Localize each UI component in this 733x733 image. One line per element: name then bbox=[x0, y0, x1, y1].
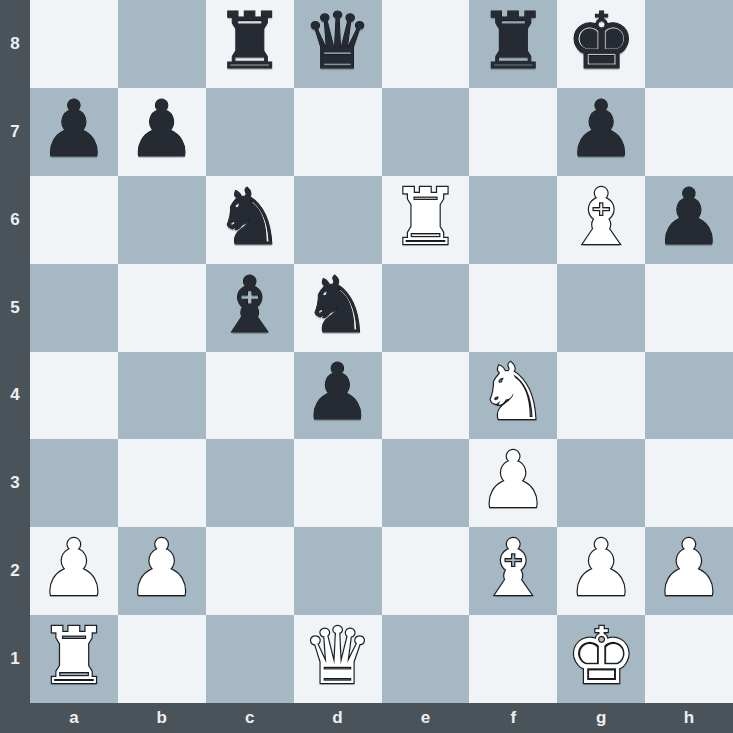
square-a3[interactable] bbox=[30, 439, 118, 527]
piece-black-pawn[interactable]: ♟ bbox=[566, 90, 636, 168]
square-d4[interactable]: ♟ bbox=[294, 352, 382, 440]
rank-label-2: 2 bbox=[0, 527, 30, 615]
piece-white-rook[interactable]: ♜ bbox=[390, 178, 460, 256]
square-b5[interactable] bbox=[118, 264, 206, 352]
square-c6[interactable]: ♞ bbox=[206, 176, 294, 264]
board-corner bbox=[0, 703, 30, 733]
square-a8[interactable] bbox=[30, 0, 118, 88]
piece-black-pawn[interactable]: ♟ bbox=[127, 90, 197, 168]
file-labels: abcdefgh bbox=[30, 703, 733, 733]
square-g5[interactable] bbox=[557, 264, 645, 352]
square-c7[interactable] bbox=[206, 88, 294, 176]
square-a1[interactable]: ♜ bbox=[30, 615, 118, 703]
rank-label-3: 3 bbox=[0, 439, 30, 527]
square-g7[interactable]: ♟ bbox=[557, 88, 645, 176]
square-g1[interactable]: ♚ bbox=[557, 615, 645, 703]
square-c1[interactable] bbox=[206, 615, 294, 703]
square-e5[interactable] bbox=[382, 264, 470, 352]
piece-white-rook[interactable]: ♜ bbox=[39, 617, 109, 695]
piece-black-queen[interactable]: ♛ bbox=[303, 2, 373, 80]
piece-black-knight[interactable]: ♞ bbox=[303, 266, 373, 344]
square-b6[interactable] bbox=[118, 176, 206, 264]
rank-label-1: 1 bbox=[0, 615, 30, 703]
piece-black-pawn[interactable]: ♟ bbox=[654, 178, 724, 256]
square-h5[interactable] bbox=[645, 264, 733, 352]
piece-black-rook[interactable]: ♜ bbox=[478, 2, 548, 80]
square-g4[interactable] bbox=[557, 352, 645, 440]
square-h7[interactable] bbox=[645, 88, 733, 176]
square-c5[interactable]: ♝ bbox=[206, 264, 294, 352]
square-d5[interactable]: ♞ bbox=[294, 264, 382, 352]
square-b3[interactable] bbox=[118, 439, 206, 527]
square-f3[interactable]: ♟ bbox=[469, 439, 557, 527]
square-h3[interactable] bbox=[645, 439, 733, 527]
square-c8[interactable]: ♜ bbox=[206, 0, 294, 88]
file-label-g: g bbox=[557, 703, 645, 733]
square-b1[interactable] bbox=[118, 615, 206, 703]
piece-white-bishop[interactable]: ♝ bbox=[478, 529, 548, 607]
square-a4[interactable] bbox=[30, 352, 118, 440]
square-b7[interactable]: ♟ bbox=[118, 88, 206, 176]
piece-white-pawn[interactable]: ♟ bbox=[478, 441, 548, 519]
square-a5[interactable] bbox=[30, 264, 118, 352]
rank-labels: 87654321 bbox=[0, 0, 30, 703]
square-b4[interactable] bbox=[118, 352, 206, 440]
square-f6[interactable] bbox=[469, 176, 557, 264]
square-d6[interactable] bbox=[294, 176, 382, 264]
square-f1[interactable] bbox=[469, 615, 557, 703]
square-b8[interactable] bbox=[118, 0, 206, 88]
piece-white-pawn[interactable]: ♟ bbox=[39, 529, 109, 607]
square-f7[interactable] bbox=[469, 88, 557, 176]
piece-white-bishop[interactable]: ♝ bbox=[566, 178, 636, 256]
square-a7[interactable]: ♟ bbox=[30, 88, 118, 176]
file-label-h: h bbox=[645, 703, 733, 733]
square-d3[interactable] bbox=[294, 439, 382, 527]
piece-black-pawn[interactable]: ♟ bbox=[39, 90, 109, 168]
rank-label-4: 4 bbox=[0, 352, 30, 440]
square-g3[interactable] bbox=[557, 439, 645, 527]
piece-black-king[interactable]: ♚ bbox=[566, 2, 636, 80]
square-c2[interactable] bbox=[206, 527, 294, 615]
rank-label-6: 6 bbox=[0, 176, 30, 264]
square-f4[interactable]: ♞ bbox=[469, 352, 557, 440]
chess-board: ♜♛♜♚♟♟♟♞♜♝♟♝♞♟♞♟♟♟♝♟♟♜♛♚ bbox=[30, 0, 733, 703]
square-h8[interactable] bbox=[645, 0, 733, 88]
piece-black-bishop[interactable]: ♝ bbox=[215, 266, 285, 344]
square-e7[interactable] bbox=[382, 88, 470, 176]
piece-white-pawn[interactable]: ♟ bbox=[654, 529, 724, 607]
file-label-b: b bbox=[118, 703, 206, 733]
square-e8[interactable] bbox=[382, 0, 470, 88]
square-e6[interactable]: ♜ bbox=[382, 176, 470, 264]
rank-label-5: 5 bbox=[0, 264, 30, 352]
square-h2[interactable]: ♟ bbox=[645, 527, 733, 615]
piece-white-pawn[interactable]: ♟ bbox=[566, 529, 636, 607]
piece-white-pawn[interactable]: ♟ bbox=[127, 529, 197, 607]
square-d1[interactable]: ♛ bbox=[294, 615, 382, 703]
square-d7[interactable] bbox=[294, 88, 382, 176]
square-h1[interactable] bbox=[645, 615, 733, 703]
file-label-a: a bbox=[30, 703, 118, 733]
square-e4[interactable] bbox=[382, 352, 470, 440]
square-e2[interactable] bbox=[382, 527, 470, 615]
square-f8[interactable]: ♜ bbox=[469, 0, 557, 88]
piece-black-rook[interactable]: ♜ bbox=[215, 2, 285, 80]
square-d2[interactable] bbox=[294, 527, 382, 615]
file-label-c: c bbox=[206, 703, 294, 733]
square-c3[interactable] bbox=[206, 439, 294, 527]
file-label-d: d bbox=[294, 703, 382, 733]
square-g8[interactable]: ♚ bbox=[557, 0, 645, 88]
rank-label-8: 8 bbox=[0, 0, 30, 88]
square-g2[interactable]: ♟ bbox=[557, 527, 645, 615]
square-d8[interactable]: ♛ bbox=[294, 0, 382, 88]
square-f2[interactable]: ♝ bbox=[469, 527, 557, 615]
piece-white-knight[interactable]: ♞ bbox=[478, 353, 548, 431]
chess-board-panel: 87654321 ♜♛♜♚♟♟♟♞♜♝♟♝♞♟♞♟♟♟♝♟♟♜♛♚ abcdef… bbox=[0, 0, 733, 733]
file-label-f: f bbox=[469, 703, 557, 733]
square-c4[interactable] bbox=[206, 352, 294, 440]
piece-black-knight[interactable]: ♞ bbox=[215, 178, 285, 256]
file-label-e: e bbox=[382, 703, 470, 733]
square-f5[interactable] bbox=[469, 264, 557, 352]
rank-label-7: 7 bbox=[0, 88, 30, 176]
piece-black-pawn[interactable]: ♟ bbox=[303, 353, 373, 431]
square-b2[interactable]: ♟ bbox=[118, 527, 206, 615]
piece-white-king[interactable]: ♚ bbox=[566, 617, 636, 695]
square-e3[interactable] bbox=[382, 439, 470, 527]
piece-white-queen[interactable]: ♛ bbox=[303, 617, 373, 695]
square-g6[interactable]: ♝ bbox=[557, 176, 645, 264]
square-a6[interactable] bbox=[30, 176, 118, 264]
square-h4[interactable] bbox=[645, 352, 733, 440]
square-h6[interactable]: ♟ bbox=[645, 176, 733, 264]
square-a2[interactable]: ♟ bbox=[30, 527, 118, 615]
square-e1[interactable] bbox=[382, 615, 470, 703]
